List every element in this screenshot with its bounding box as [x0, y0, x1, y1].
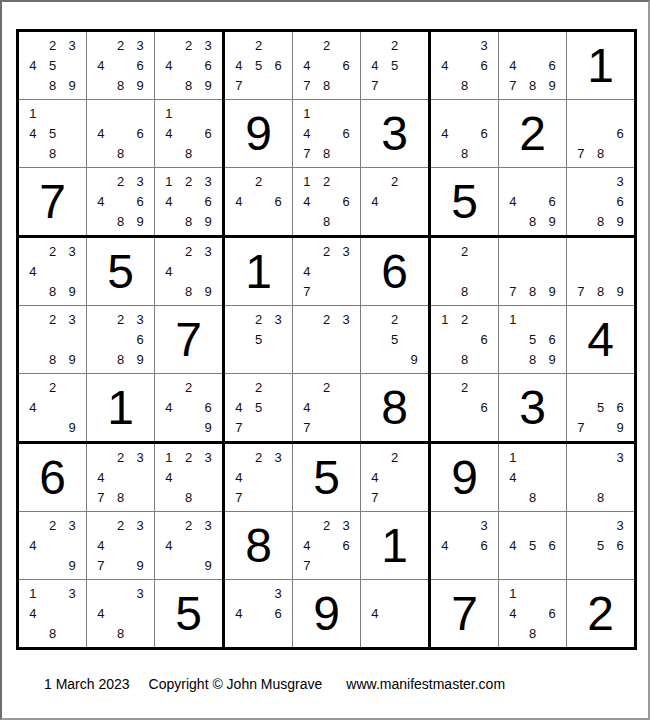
candidate-digit: 1: [503, 309, 523, 329]
cell-r6c4[interactable]: 2457: [225, 374, 292, 441]
candidate-digit: 1: [297, 171, 317, 191]
candidate-digit: 6: [336, 535, 356, 555]
cell-r3c9[interactable]: 3689: [567, 168, 634, 235]
candidate-digit: 3: [62, 583, 82, 603]
candidate-digit: 4: [229, 55, 249, 75]
candidates: 249: [19, 374, 86, 441]
candidate-digit: 8: [317, 144, 337, 164]
solved-digit: 7: [451, 590, 478, 638]
cell-r4c9[interactable]: 789: [567, 238, 634, 305]
cell-r6c1[interactable]: 249: [19, 374, 86, 441]
candidate-digit: 2: [317, 309, 337, 329]
candidate-digit: 9: [198, 76, 218, 96]
candidate-digit: 5: [385, 55, 405, 75]
cell-r4c4[interactable]: 1: [225, 238, 292, 305]
puzzle-page: 2345892346892346891458468146872346891234…: [0, 0, 650, 720]
candidate-digit: 6: [542, 329, 562, 349]
cell-r3c7[interactable]: 5: [431, 168, 498, 235]
cell-r9c4[interactable]: 346: [225, 580, 292, 647]
candidate-digit: 1: [297, 103, 317, 123]
candidate-digit: 8: [523, 212, 543, 232]
candidate-digit: 7: [229, 488, 249, 508]
candidate-digit: 2: [317, 35, 337, 55]
candidate-digit: 8: [523, 624, 543, 644]
candidate-digit: 7: [297, 76, 317, 96]
candidate-digit: 8: [179, 488, 199, 508]
cell-r9c9[interactable]: 2: [567, 580, 634, 647]
cell-r5c5[interactable]: 23: [293, 306, 360, 373]
candidate-digit: 9: [610, 212, 630, 232]
candidate-digit: 2: [385, 35, 405, 55]
cell-r6c3[interactable]: 2469: [155, 374, 222, 441]
candidates: 234689: [155, 32, 222, 99]
candidates: 346: [225, 580, 292, 647]
candidate-digit: 3: [268, 309, 288, 329]
candidate-digit: 4: [23, 261, 43, 281]
candidate-digit: 9: [130, 76, 150, 96]
candidate-digit: 8: [179, 144, 199, 164]
candidates: 259: [361, 306, 428, 373]
candidate-digit: 8: [111, 624, 131, 644]
candidate-digit: 6: [474, 329, 494, 349]
candidate-digit: 4: [23, 397, 43, 417]
cell-r5c9[interactable]: 4: [567, 306, 634, 373]
candidate-digit: 6: [198, 55, 218, 75]
candidate-digit: 4: [503, 55, 523, 75]
candidate-digit: 3: [336, 309, 356, 329]
candidate-digit: 8: [43, 282, 63, 302]
cell-r8c9[interactable]: 356: [567, 512, 634, 579]
cell-r7c8[interactable]: 148: [499, 444, 566, 511]
cell-r8c3[interactable]: 2349: [155, 512, 222, 579]
candidate-digit: 3: [130, 171, 150, 191]
candidate-digit: 7: [297, 144, 317, 164]
cell-r7c5[interactable]: 5: [293, 444, 360, 511]
footer: 1 March 2023 Copyright © John Musgrave w…: [44, 676, 648, 692]
candidate-digit: 8: [523, 76, 543, 96]
cell-r4c3[interactable]: 23489: [155, 238, 222, 305]
candidate-digit: 7: [503, 76, 523, 96]
candidate-digit: 2: [455, 377, 475, 397]
candidate-digit: 4: [229, 191, 249, 211]
cell-r3c2[interactable]: 234689: [87, 168, 154, 235]
candidate-digit: 3: [130, 583, 150, 603]
candidate-digit: 2: [385, 171, 405, 191]
candidate-digit: 2: [43, 241, 63, 261]
candidate-digit: 1: [503, 583, 523, 603]
cell-r2c9[interactable]: 678: [567, 100, 634, 167]
candidate-digit: 4: [365, 55, 385, 75]
candidates: 246: [225, 168, 292, 235]
cell-r1c3[interactable]: 234689: [155, 32, 222, 99]
candidate-digit: 8: [317, 212, 337, 232]
candidates: 789: [499, 238, 566, 305]
footer-copyright: Copyright © John Musgrave: [149, 676, 323, 692]
candidates: 12468: [293, 168, 360, 235]
cell-r9c3[interactable]: 5: [155, 580, 222, 647]
candidate-digit: 2: [43, 515, 63, 535]
cell-r5c3[interactable]: 7: [155, 306, 222, 373]
candidate-digit: 1: [23, 103, 43, 123]
candidate-digit: 2: [179, 447, 199, 467]
cell-r8c4[interactable]: 8: [225, 512, 292, 579]
candidate-digit: 9: [610, 282, 630, 302]
candidate-digit: 3: [62, 309, 82, 329]
candidate-digit: 4: [23, 535, 43, 555]
solved-digit: 1: [107, 384, 134, 432]
cell-r8c2[interactable]: 23479: [87, 512, 154, 579]
cell-r2c5[interactable]: 14678: [293, 100, 360, 167]
cell-r7c6[interactable]: 247: [361, 444, 428, 511]
candidate-digit: 2: [317, 377, 337, 397]
cell-r8c1[interactable]: 2349: [19, 512, 86, 579]
cell-r9c1[interactable]: 1348: [19, 580, 86, 647]
candidate-digit: 4: [503, 191, 523, 211]
candidates: 2457: [361, 32, 428, 99]
cell-r5c2[interactable]: 23689: [87, 306, 154, 373]
candidate-digit: 2: [43, 35, 63, 55]
candidate-digit: 3: [336, 515, 356, 535]
solved-digit: 9: [451, 454, 478, 502]
candidates: 24: [361, 168, 428, 235]
candidate-digit: 7: [229, 418, 249, 438]
candidates: 789: [567, 238, 634, 305]
solved-digit: 8: [381, 384, 408, 432]
cell-r8c5[interactable]: 23467: [293, 512, 360, 579]
candidates: 2349: [19, 512, 86, 579]
cell-r3c1[interactable]: 7: [19, 168, 86, 235]
candidate-digit: 2: [385, 447, 405, 467]
cell-r1c5[interactable]: 24678: [293, 32, 360, 99]
cell-r8c7[interactable]: 346: [431, 512, 498, 579]
candidate-digit: 9: [130, 556, 150, 576]
candidate-digit: 7: [91, 556, 111, 576]
cell-r5c1[interactable]: 2389: [19, 306, 86, 373]
candidate-digit: 2: [317, 241, 337, 261]
candidate-digit: 7: [297, 282, 317, 302]
cell-r9c5[interactable]: 9: [293, 580, 360, 647]
cell-r5c4[interactable]: 235: [225, 306, 292, 373]
candidate-digit: 6: [130, 329, 150, 349]
candidate-digit: 7: [365, 76, 385, 96]
candidate-digit: 5: [43, 123, 63, 143]
cell-r3c5[interactable]: 12468: [293, 168, 360, 235]
box-2: 2456724678245791467832461246824: [225, 32, 428, 235]
candidate-digit: 3: [198, 171, 218, 191]
candidate-digit: 2: [385, 309, 405, 329]
candidates: 1348: [19, 580, 86, 647]
candidate-digit: 4: [297, 55, 317, 75]
candidate-digit: 5: [249, 55, 269, 75]
solved-digit: 3: [381, 110, 408, 158]
candidate-digit: 5: [591, 535, 611, 555]
candidate-digit: 3: [62, 241, 82, 261]
cell-r3c8[interactable]: 4689: [499, 168, 566, 235]
candidates: 234689: [87, 32, 154, 99]
cell-r8c8[interactable]: 456: [499, 512, 566, 579]
cell-r7c3[interactable]: 12348: [155, 444, 222, 511]
cell-r9c6[interactable]: 4: [361, 580, 428, 647]
cell-r1c4[interactable]: 24567: [225, 32, 292, 99]
candidate-digit: 4: [91, 123, 111, 143]
candidate-digit: 2: [179, 377, 199, 397]
candidates: 3468: [431, 32, 498, 99]
solved-digit: 5: [175, 590, 202, 638]
candidate-digit: 3: [130, 447, 150, 467]
candidate-digit: 8: [591, 488, 611, 508]
solved-digit: 7: [175, 316, 202, 364]
candidate-digit: 3: [336, 241, 356, 261]
candidate-digit: 6: [268, 191, 288, 211]
candidate-digit: 2: [179, 35, 199, 55]
candidate-digit: 2: [455, 241, 475, 261]
cell-r2c7[interactable]: 468: [431, 100, 498, 167]
candidate-digit: 9: [62, 350, 82, 370]
cell-r6c8[interactable]: 3: [499, 374, 566, 441]
candidate-digit: 8: [455, 282, 475, 302]
candidate-digit: 8: [179, 76, 199, 96]
footer-website: www.manifestmaster.com: [346, 676, 505, 692]
candidate-digit: 1: [503, 447, 523, 467]
solved-digit: 1: [587, 42, 614, 90]
candidates: 23478: [87, 444, 154, 511]
cell-r1c8[interactable]: 46789: [499, 32, 566, 99]
candidates: 23689: [87, 306, 154, 373]
candidates: 14678: [293, 100, 360, 167]
candidate-digit: 6: [336, 55, 356, 75]
candidate-digit: 9: [198, 418, 218, 438]
candidate-digit: 5: [523, 535, 543, 555]
candidate-digit: 6: [336, 123, 356, 143]
candidate-digit: 5: [43, 55, 63, 75]
candidate-digit: 2: [317, 515, 337, 535]
candidate-digit: 3: [198, 241, 218, 261]
cell-r3c4[interactable]: 246: [225, 168, 292, 235]
cell-r4c7[interactable]: 28: [431, 238, 498, 305]
candidate-digit: 2: [249, 447, 269, 467]
candidate-digit: 6: [542, 191, 562, 211]
candidate-digit: 4: [365, 191, 385, 211]
candidates: 2389: [19, 306, 86, 373]
candidate-digit: 8: [111, 76, 131, 96]
candidate-digit: 9: [130, 212, 150, 232]
cell-r2c4[interactable]: 9: [225, 100, 292, 167]
candidate-digit: 6: [474, 123, 494, 143]
candidate-digit: 5: [523, 329, 543, 349]
candidate-digit: 8: [591, 282, 611, 302]
candidate-digit: 8: [591, 212, 611, 232]
solved-digit: 6: [39, 454, 66, 502]
solved-digit: 5: [313, 454, 340, 502]
candidate-digit: 4: [503, 603, 523, 623]
candidate-digit: 4: [435, 55, 455, 75]
candidates: 1468: [155, 100, 222, 167]
cell-r1c2[interactable]: 234689: [87, 32, 154, 99]
candidates: 1458: [19, 100, 86, 167]
candidate-digit: 9: [130, 350, 150, 370]
candidates: 24678: [293, 32, 360, 99]
cell-r7c7[interactable]: 9: [431, 444, 498, 511]
candidate-digit: 1: [159, 171, 179, 191]
cell-r1c7[interactable]: 3468: [431, 32, 498, 99]
candidate-digit: 9: [404, 350, 424, 370]
candidates: 46789: [499, 32, 566, 99]
candidate-digit: 3: [62, 35, 82, 55]
candidate-digit: 8: [111, 350, 131, 370]
cell-r2c8[interactable]: 2: [499, 100, 566, 167]
box-1: 2345892346892346891458468146872346891234…: [19, 32, 222, 235]
candidates: 234689: [87, 168, 154, 235]
candidate-digit: 6: [130, 123, 150, 143]
candidate-digit: 9: [62, 76, 82, 96]
cell-r1c9[interactable]: 1: [567, 32, 634, 99]
cell-r3c6[interactable]: 24: [361, 168, 428, 235]
candidate-digit: 2: [249, 35, 269, 55]
candidate-digit: 7: [297, 418, 317, 438]
cell-r2c3[interactable]: 1468: [155, 100, 222, 167]
candidate-digit: 8: [43, 144, 63, 164]
cell-r7c1[interactable]: 6: [19, 444, 86, 511]
cell-r7c2[interactable]: 23478: [87, 444, 154, 511]
candidate-digit: 3: [268, 447, 288, 467]
candidates: 247: [361, 444, 428, 511]
cell-r9c8[interactable]: 1468: [499, 580, 566, 647]
candidates: 346: [431, 512, 498, 579]
candidate-digit: 2: [179, 515, 199, 535]
candidate-digit: 4: [23, 55, 43, 75]
solved-digit: 1: [381, 522, 408, 570]
candidate-digit: 9: [62, 418, 82, 438]
cell-r4c6[interactable]: 6: [361, 238, 428, 305]
candidate-digit: 4: [435, 535, 455, 555]
candidate-digit: 6: [268, 603, 288, 623]
candidate-digit: 7: [503, 282, 523, 302]
candidate-digit: 4: [159, 397, 179, 417]
candidates: 28: [431, 238, 498, 305]
candidates: 23479: [87, 512, 154, 579]
candidate-digit: 7: [297, 556, 317, 576]
cell-r2c2[interactable]: 468: [87, 100, 154, 167]
candidates: 23489: [19, 238, 86, 305]
candidate-digit: 2: [111, 447, 131, 467]
cell-r6c2[interactable]: 1: [87, 374, 154, 441]
candidate-digit: 9: [610, 418, 630, 438]
candidates: 456: [499, 512, 566, 579]
candidate-digit: 7: [571, 418, 591, 438]
candidate-digit: 8: [455, 350, 475, 370]
cell-r7c9[interactable]: 38: [567, 444, 634, 511]
cell-r6c6[interactable]: 8: [361, 374, 428, 441]
candidates: 148: [499, 444, 566, 511]
candidate-digit: 3: [130, 35, 150, 55]
cell-r6c9[interactable]: 5679: [567, 374, 634, 441]
candidate-digit: 4: [23, 123, 43, 143]
candidates: 38: [567, 444, 634, 511]
cell-r7c4[interactable]: 2347: [225, 444, 292, 511]
cell-r9c2[interactable]: 348: [87, 580, 154, 647]
candidate-digit: 1: [23, 583, 43, 603]
cell-r2c6[interactable]: 3: [361, 100, 428, 167]
candidates: 468: [431, 100, 498, 167]
solved-digit: 4: [587, 316, 614, 364]
candidates: 2347: [225, 444, 292, 511]
candidate-digit: 4: [297, 397, 317, 417]
candidate-digit: 2: [249, 171, 269, 191]
candidate-digit: 4: [159, 261, 179, 281]
box-9: 914838346456356714682: [431, 444, 634, 647]
cell-r4c1[interactable]: 23489: [19, 238, 86, 305]
candidate-digit: 4: [159, 467, 179, 487]
candidate-digit: 8: [111, 144, 131, 164]
candidate-digit: 4: [229, 603, 249, 623]
candidate-digit: 4: [159, 535, 179, 555]
cell-r6c5[interactable]: 247: [293, 374, 360, 441]
candidates: 5679: [567, 374, 634, 441]
candidates: 23: [293, 306, 360, 373]
candidate-digit: 1: [159, 103, 179, 123]
cell-r3c3[interactable]: 1234689: [155, 168, 222, 235]
candidate-digit: 4: [503, 467, 523, 487]
candidate-digit: 2: [179, 241, 199, 261]
candidate-digit: 9: [542, 350, 562, 370]
candidate-digit: 8: [523, 350, 543, 370]
cell-r4c5[interactable]: 2347: [293, 238, 360, 305]
candidate-digit: 2: [317, 171, 337, 191]
candidates: 12348: [155, 444, 222, 511]
cell-r1c1[interactable]: 234589: [19, 32, 86, 99]
candidates: 15689: [499, 306, 566, 373]
candidates: 348: [87, 580, 154, 647]
candidate-digit: 2: [111, 171, 131, 191]
cell-r5c8[interactable]: 15689: [499, 306, 566, 373]
cell-r2c1[interactable]: 1458: [19, 100, 86, 167]
candidate-digit: 2: [455, 309, 475, 329]
candidates: 678: [567, 100, 634, 167]
candidate-digit: 6: [610, 535, 630, 555]
candidate-digit: 3: [474, 515, 494, 535]
cell-r1c6[interactable]: 2457: [361, 32, 428, 99]
candidate-digit: 4: [159, 123, 179, 143]
cell-r9c7[interactable]: 7: [431, 580, 498, 647]
candidates: 234589: [19, 32, 86, 99]
candidate-digit: 4: [91, 535, 111, 555]
candidate-digit: 4: [91, 603, 111, 623]
candidate-digit: 7: [229, 76, 249, 96]
candidate-digit: 6: [542, 535, 562, 555]
candidates: 2457: [225, 374, 292, 441]
candidate-digit: 4: [159, 191, 179, 211]
candidate-digit: 8: [179, 282, 199, 302]
solved-digit: 7: [39, 178, 66, 226]
candidates: 468: [87, 100, 154, 167]
candidate-digit: 4: [435, 123, 455, 143]
candidate-digit: 6: [542, 55, 562, 75]
footer-date: 1 March 2023: [44, 676, 130, 692]
cell-r6c7[interactable]: 26: [431, 374, 498, 441]
candidates: 2349: [155, 512, 222, 579]
candidate-digit: 3: [130, 309, 150, 329]
candidate-digit: 9: [542, 212, 562, 232]
cell-r8c6[interactable]: 1: [361, 512, 428, 579]
cell-r5c6[interactable]: 259: [361, 306, 428, 373]
cell-r4c8[interactable]: 789: [499, 238, 566, 305]
candidate-digit: 4: [365, 603, 385, 623]
cell-r4c2[interactable]: 5: [87, 238, 154, 305]
box-6: 2878978912681568942635679: [431, 238, 634, 441]
candidate-digit: 4: [297, 535, 317, 555]
solved-digit: 6: [381, 248, 408, 296]
cell-r5c7[interactable]: 1268: [431, 306, 498, 373]
